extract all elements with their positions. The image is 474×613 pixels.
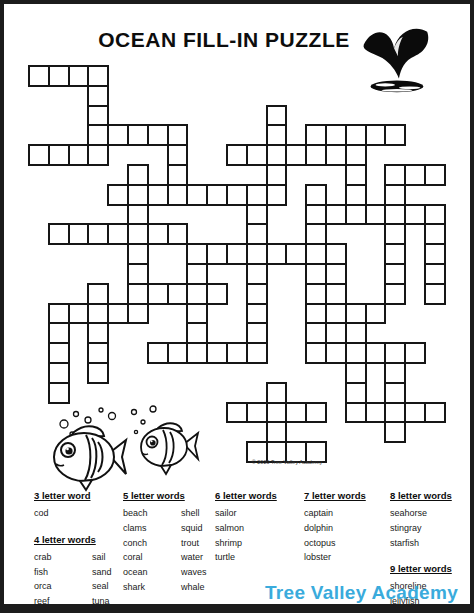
grid-cell-r4c7[interactable]: [167, 144, 189, 166]
grid-cell-r12c8[interactable]: [186, 303, 208, 325]
grid-cell-r11c18[interactable]: [384, 283, 406, 305]
grid-cell-r17c19[interactable]: [404, 402, 426, 424]
grid-cell-r17c11[interactable]: [246, 402, 268, 424]
grid-cell-r12c3[interactable]: [87, 303, 109, 325]
grid-cell-r6c5[interactable]: [127, 184, 149, 206]
grid-cell-r9c12[interactable]: [266, 243, 288, 265]
grid-cell-r4c15[interactable]: [325, 144, 347, 166]
word-column-4: 7 letter wordscaptaindolphinoctopuslobst…: [304, 490, 366, 578]
grid-cell-r4c11[interactable]: [246, 144, 268, 166]
grid-cell-r5c5[interactable]: [127, 164, 149, 186]
word-item: stingray: [390, 521, 448, 536]
grid-cell-r10c15[interactable]: [325, 263, 347, 285]
word-item: coral: [123, 550, 181, 565]
grid-cell-r0c2[interactable]: [68, 65, 90, 87]
grid-cell-r12c1[interactable]: [48, 303, 70, 325]
grid-cell-r14c6[interactable]: [147, 342, 169, 364]
grid-cell-r11c9[interactable]: [206, 283, 228, 305]
grid-cell-r10c18[interactable]: [384, 263, 406, 285]
grid-cell-r13c14[interactable]: [305, 322, 327, 344]
word-item: beach: [123, 506, 181, 521]
word-item: orca: [34, 579, 92, 594]
word-item: lobster: [304, 550, 362, 565]
grid-cell-r11c6[interactable]: [147, 283, 169, 305]
grid-cell-r11c8[interactable]: [186, 283, 208, 305]
grid-cell-r13c3[interactable]: [87, 322, 109, 344]
word-section-heading: 8 letter words: [390, 490, 452, 501]
grid-cell-r9c18[interactable]: [384, 243, 406, 265]
grid-cell-r6c16[interactable]: [345, 184, 367, 206]
word-list: captaindolphinoctopuslobster: [304, 506, 362, 565]
grid-cell-r13c8[interactable]: [186, 322, 208, 344]
grid-cell-r16c18[interactable]: [384, 382, 406, 404]
grid-cell-r6c14[interactable]: [305, 184, 327, 206]
grid-cell-r7c20[interactable]: [424, 204, 446, 226]
grid-cell-r17c14[interactable]: [305, 402, 327, 424]
word-item: conch: [123, 536, 181, 551]
grid-cell-r0c0[interactable]: [28, 65, 50, 87]
grid-cell-r8c7[interactable]: [167, 223, 189, 245]
word-item: ocean: [123, 565, 181, 580]
grid-cell-r8c3[interactable]: [87, 223, 109, 245]
grid-cell-r15c1[interactable]: [48, 362, 70, 384]
grid-cell-r3c18[interactable]: [384, 124, 406, 146]
grid-cell-r9c14[interactable]: [305, 243, 327, 265]
grid-cell-r15c16[interactable]: [345, 362, 367, 384]
grid-cell-r6c7[interactable]: [167, 184, 189, 206]
word-item: clams: [123, 521, 181, 536]
grid-cell-r6c11[interactable]: [246, 184, 268, 206]
grid-cell-r11c3[interactable]: [87, 283, 109, 305]
grid-cell-r8c1[interactable]: [48, 223, 70, 245]
grid-cell-r5c18[interactable]: [384, 164, 406, 186]
grid-cell-r6c6[interactable]: [147, 184, 169, 206]
word-list: sailorsalmonshrimpturtle: [215, 506, 273, 565]
grid-cell-r2c3[interactable]: [87, 105, 109, 127]
grid-cell-r3c17[interactable]: [365, 124, 387, 146]
grid-cell-r5c7[interactable]: [167, 164, 189, 186]
grid-cell-r11c7[interactable]: [167, 283, 189, 305]
grid-cell-r16c1[interactable]: [48, 382, 70, 404]
word-list: cod: [34, 506, 92, 521]
word-column-3: 6 letter wordssailorsalmonshrimpturtle: [215, 490, 277, 578]
grid-cell-r0c3[interactable]: [87, 65, 109, 87]
grid-cell-r3c12[interactable]: [266, 124, 288, 146]
grid-cell-r9c11[interactable]: [246, 243, 268, 265]
grid-cell-r7c11[interactable]: [246, 204, 268, 226]
grid-cell-r6c12[interactable]: [266, 184, 288, 206]
puzzle-page: OCEAN FILL-IN PUZZLE © 2020 Tree Valley …: [0, 0, 474, 613]
grid-cell-r3c14[interactable]: [305, 124, 327, 146]
grid-cell-r12c15[interactable]: [325, 303, 347, 325]
grid-cell-r13c16[interactable]: [345, 322, 367, 344]
grid-cell-r8c18[interactable]: [384, 223, 406, 245]
word-section: 6 letter wordssailorsalmonshrimpturtle: [215, 490, 277, 565]
grid-cell-r9c10[interactable]: [226, 243, 248, 265]
grid-cell-r15c3[interactable]: [87, 362, 109, 384]
grid-cell-r13c11[interactable]: [246, 322, 268, 344]
grid-cell-r9c13[interactable]: [285, 243, 307, 265]
word-item: octopus: [304, 536, 362, 551]
grid-cell-r6c8[interactable]: [186, 184, 208, 206]
grid-cell-r17c10[interactable]: [226, 402, 248, 424]
grid-cell-r14c14[interactable]: [305, 342, 327, 364]
word-list: seahorsestingraystarfish: [390, 506, 448, 550]
grid-cell-r18c12[interactable]: [266, 421, 288, 443]
grid-cell-r4c16[interactable]: [345, 144, 367, 166]
word-item: whale: [181, 580, 239, 595]
word-section: 7 letter wordscaptaindolphinoctopuslobst…: [304, 490, 366, 565]
word-list: beachclamsconchcoraloceanshark: [123, 506, 181, 595]
word-item: shrimp: [215, 536, 273, 551]
grid-cell-r12c4[interactable]: [107, 303, 129, 325]
grid-cell-r9c15[interactable]: [325, 243, 347, 265]
word-item: captain: [304, 506, 362, 521]
word-item: seahorse: [390, 506, 448, 521]
word-item: salmon: [215, 521, 273, 536]
grid-cell-r4c13[interactable]: [285, 144, 307, 166]
grid-cell-r17c13[interactable]: [285, 402, 307, 424]
grid-cell-r18c18[interactable]: [384, 421, 406, 443]
grid-cell-r3c16[interactable]: [345, 124, 367, 146]
grid-cell-r12c5[interactable]: [127, 303, 149, 325]
grid-cell-r16c16[interactable]: [345, 382, 367, 404]
grid-cell-r17c16[interactable]: [345, 402, 367, 424]
word-item: crab: [34, 550, 92, 565]
grid-cell-r11c15[interactable]: [325, 283, 347, 305]
grid-cell-r4c14[interactable]: [305, 144, 327, 166]
grid-cell-r5c19[interactable]: [404, 164, 426, 186]
grid-cell-r12c14[interactable]: [305, 303, 327, 325]
grid-cell-r11c5[interactable]: [127, 283, 149, 305]
grid-cell-r4c2[interactable]: [68, 144, 90, 166]
grid-cell-r6c10[interactable]: [226, 184, 248, 206]
grid-cell-r7c15[interactable]: [325, 204, 347, 226]
word-section: 8 letter wordsseahorsestingraystarfish: [390, 490, 452, 550]
grid-cell-r2c12[interactable]: [266, 105, 288, 127]
grid-cell-r14c8[interactable]: [186, 342, 208, 364]
grid-cell-r14c10[interactable]: [226, 342, 248, 364]
grid-cell-r8c5[interactable]: [127, 223, 149, 245]
word-item: turtle: [215, 550, 273, 565]
grid-cell-r5c12[interactable]: [266, 164, 288, 186]
word-item: shark: [123, 580, 181, 595]
grid-cell-r10c5[interactable]: [127, 263, 149, 285]
grid-cell-r17c17[interactable]: [365, 402, 387, 424]
grid-cell-r7c5[interactable]: [127, 204, 149, 226]
grid-cell-r14c19[interactable]: [404, 342, 426, 364]
grid-cell-r12c11[interactable]: [246, 303, 268, 325]
grid-cell-r14c9[interactable]: [206, 342, 228, 364]
grid-cell-r17c20[interactable]: [424, 402, 446, 424]
grid-cell-r14c11[interactable]: [246, 342, 268, 364]
word-item: dolphin: [304, 521, 362, 536]
grid-cell-r12c17[interactable]: [365, 303, 387, 325]
grid-cell-r14c15[interactable]: [325, 342, 347, 364]
word-item: reef: [34, 594, 92, 609]
grid-cell-r10c8[interactable]: [186, 263, 208, 285]
grid-cell-r3c4[interactable]: [107, 124, 129, 146]
grid-cell-r11c14[interactable]: [305, 283, 327, 305]
grid-cell-r10c11[interactable]: [246, 263, 268, 285]
brand-logo-text: Tree Valley Academy: [265, 582, 458, 604]
word-section-heading: 7 letter words: [304, 490, 366, 501]
grid-cell-r14c7[interactable]: [167, 342, 189, 364]
grid-cell-r14c18[interactable]: [384, 342, 406, 364]
grid-cell-r4c3[interactable]: [87, 144, 109, 166]
grid-cell-r14c17[interactable]: [365, 342, 387, 364]
grid-cell-r9c9[interactable]: [206, 243, 228, 265]
grid-cell-r10c14[interactable]: [305, 263, 327, 285]
grid-cell-r5c16[interactable]: [345, 164, 367, 186]
grid-cell-r5c20[interactable]: [424, 164, 446, 186]
grid-cell-r14c16[interactable]: [345, 342, 367, 364]
grid-cell-r9c8[interactable]: [186, 243, 208, 265]
grid-cell-r7c16[interactable]: [345, 204, 367, 226]
word-section-heading: 6 letter words: [215, 490, 277, 501]
grid-cell-r11c11[interactable]: [246, 283, 268, 305]
grid-cell-r4c12[interactable]: [266, 144, 288, 166]
grid-cell-r8c11[interactable]: [246, 223, 268, 245]
grid-cell-r1c3[interactable]: [87, 85, 109, 107]
word-item: starfish: [390, 536, 448, 551]
grid-cell-r17c18[interactable]: [384, 402, 406, 424]
grid-cell-r8c2[interactable]: [68, 223, 90, 245]
grid-cell-r3c5[interactable]: [127, 124, 149, 146]
grid-cell-r6c4[interactable]: [107, 184, 129, 206]
grid-cell-r4c10[interactable]: [226, 144, 248, 166]
grid-cell-r6c18[interactable]: [384, 184, 406, 206]
grid-cell-r11c20[interactable]: [424, 283, 446, 305]
grid-cell-r3c3[interactable]: [87, 124, 109, 146]
grid-cell-r7c14[interactable]: [305, 204, 327, 226]
grid-cell-r14c1[interactable]: [48, 342, 70, 364]
grid-cell-r8c6[interactable]: [147, 223, 169, 245]
grid-cell-r3c15[interactable]: [325, 124, 347, 146]
word-item: sailor: [215, 506, 273, 521]
word-list: crabfishorcareef: [34, 550, 92, 609]
grid-cell-r9c20[interactable]: [424, 243, 446, 265]
grid-cell-r16c12[interactable]: [266, 382, 288, 404]
grid-cell-r12c16[interactable]: [345, 303, 367, 325]
grid-cell-r12c2[interactable]: [68, 303, 90, 325]
grid-cell-r6c9[interactable]: [206, 184, 228, 206]
grid-cell-r4c1[interactable]: [48, 144, 70, 166]
grid-cell-r14c3[interactable]: [87, 342, 109, 364]
grid-cell-r8c14[interactable]: [305, 223, 327, 245]
grid-cell-r7c19[interactable]: [404, 204, 426, 226]
grid-cell-r9c5[interactable]: [127, 243, 149, 265]
grid-cell-r0c1[interactable]: [48, 65, 70, 87]
grid-cell-r13c1[interactable]: [48, 322, 70, 344]
grid-cell-r8c20[interactable]: [424, 223, 446, 245]
grid-cell-r3c7[interactable]: [167, 124, 189, 146]
word-item: cod: [34, 506, 92, 521]
fish-illustration: [46, 402, 204, 494]
copyright-text: © 2020 Tree Valley Academy: [247, 459, 327, 465]
grid-cell-r3c6[interactable]: [147, 124, 169, 146]
grid-cell-r10c20[interactable]: [424, 263, 446, 285]
word-section-heading: 9 letter words: [390, 563, 452, 574]
grid-cell-r15c18[interactable]: [384, 362, 406, 384]
grid-cell-r4c0[interactable]: [28, 144, 50, 166]
grid-cell-r17c12[interactable]: [266, 402, 288, 424]
grid-cell-r7c17[interactable]: [365, 204, 387, 226]
word-item: fish: [34, 565, 92, 580]
grid-cell-r8c4[interactable]: [107, 223, 129, 245]
grid-cell-r7c18[interactable]: [384, 204, 406, 226]
